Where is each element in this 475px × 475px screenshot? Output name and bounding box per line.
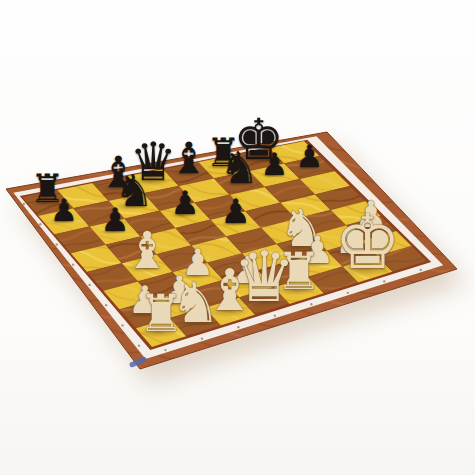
coordinate-tick xyxy=(347,292,349,294)
coordinate-tick xyxy=(88,284,90,286)
coordinate-tick xyxy=(310,303,312,305)
coordinate-tick xyxy=(72,263,74,265)
piece-white-rook-a1[interactable]: ♜ xyxy=(138,289,184,340)
coordinate-tick xyxy=(121,324,123,326)
piece-black-knight-f7[interactable]: ♞ xyxy=(220,145,260,189)
coordinate-tick xyxy=(164,349,166,351)
piece-black-pawn-g7[interactable]: ♟ xyxy=(260,149,288,180)
coordinate-tick xyxy=(138,344,140,346)
piece-black-pawn-e5[interactable]: ♟ xyxy=(221,195,251,229)
coordinate-tick xyxy=(420,269,422,271)
piece-black-pawn-a7[interactable]: ♟ xyxy=(50,195,78,226)
piece-black-pawn-d6[interactable]: ♟ xyxy=(170,188,199,220)
coordinate-tick xyxy=(23,203,25,205)
coordinate-tick xyxy=(201,337,203,339)
chess-photo-scene: ♜♝♛♝♜♚♟♞♞♟♟♟♟♟♝♟♞♟♟♟♟♟♟♜♞♝♛♜♚ xyxy=(0,0,475,475)
piece-black-pawn-h7[interactable]: ♟ xyxy=(296,141,324,172)
coordinate-tick xyxy=(39,223,41,225)
coordinate-tick xyxy=(237,326,239,328)
coordinate-tick xyxy=(56,243,58,245)
coordinate-tick xyxy=(105,304,107,306)
piece-white-king-g1[interactable]: ♚ xyxy=(334,206,401,281)
